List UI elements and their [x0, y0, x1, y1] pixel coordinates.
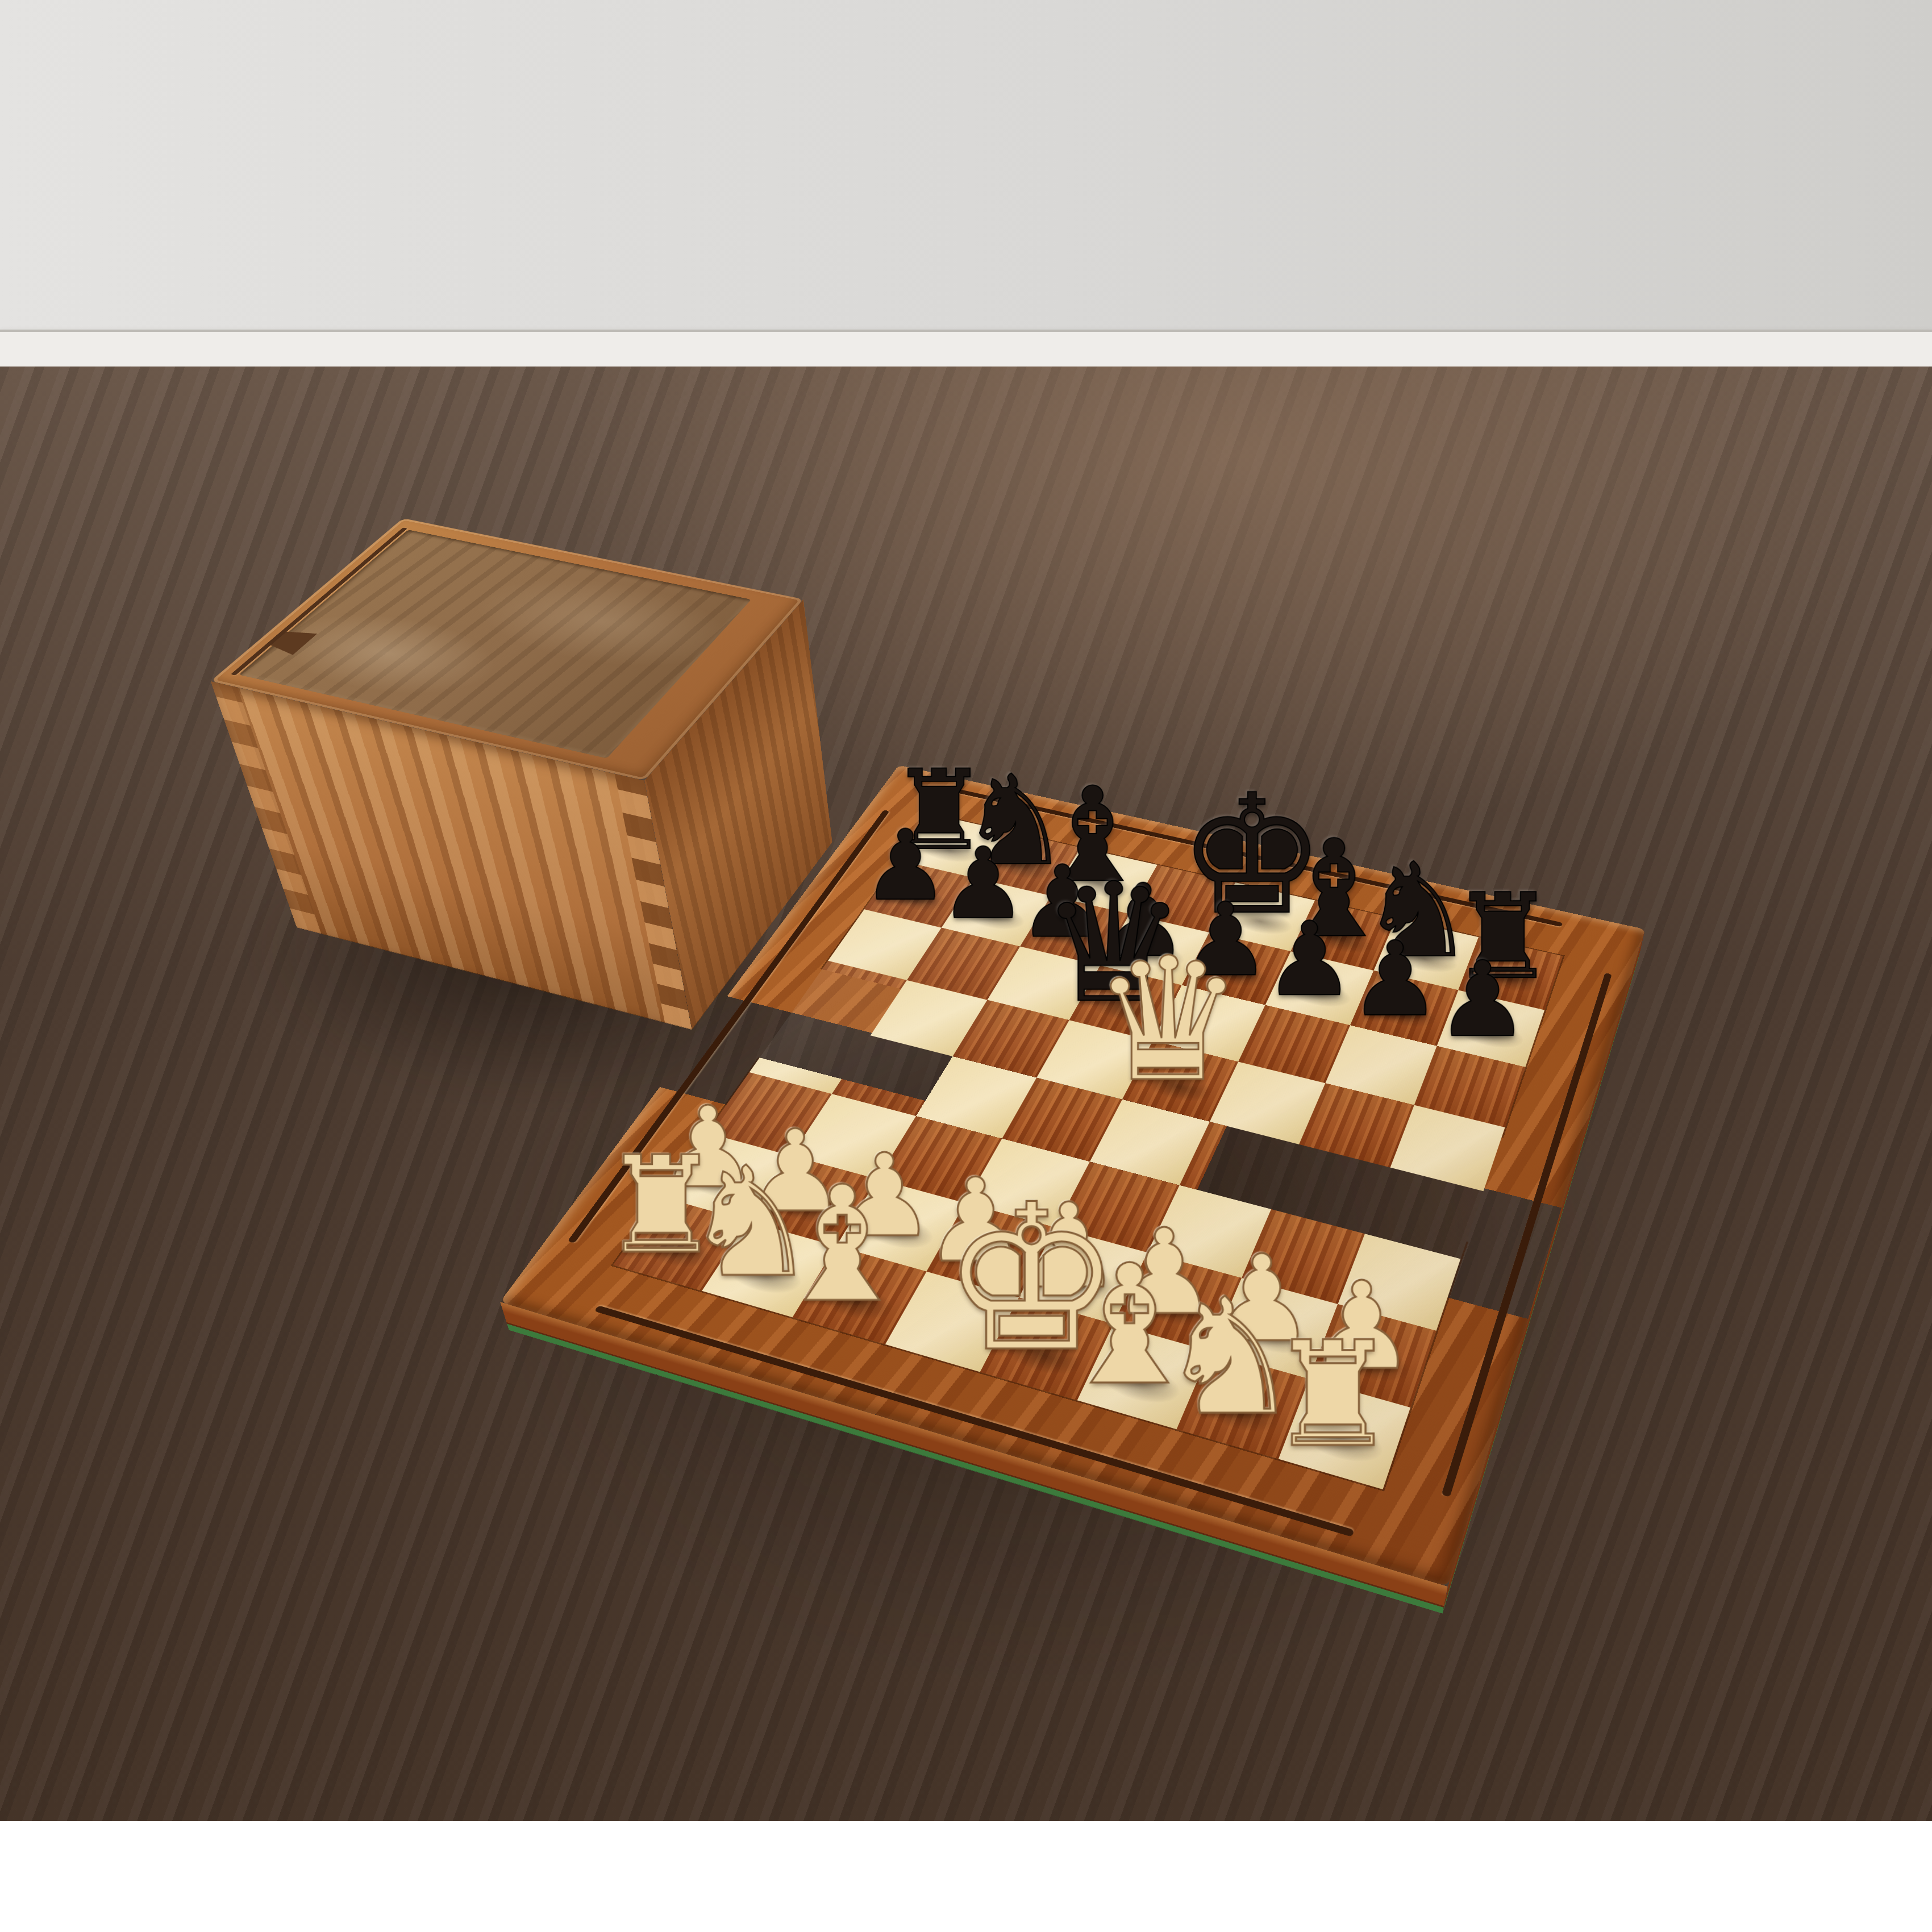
black-pawn[interactable]: ♟ [1436, 948, 1529, 1052]
square-b6[interactable] [907, 928, 1020, 1000]
tabletop-3d-stage: ♜♞♝♚♝♞♜♟♟♟♟♟♟♟♟♛♛♟♟♟♟♟♟♟♟♜♞♝♚♝♞♜ [0, 431, 1932, 1932]
square-f4[interactable] [1180, 1122, 1299, 1209]
white-rook[interactable]: ♜ [1268, 1322, 1398, 1467]
photo-white-margin [0, 1821, 1932, 1932]
square-h7[interactable]: ♟ [1437, 990, 1545, 1067]
white-bishop[interactable]: ♝ [771, 1165, 913, 1325]
product-photo-scene: ♜♞♝♚♝♞♜♟♟♟♟♟♟♟♟♛♛♟♟♟♟♟♟♟♟♜♞♝♚♝♞♜ [0, 0, 1932, 1932]
black-pawn[interactable]: ♟ [939, 835, 1027, 933]
square-c1[interactable]: ♝ [793, 1246, 927, 1344]
black-pawn[interactable]: ♟ [1349, 928, 1442, 1031]
baseboard [0, 330, 1932, 369]
white-queen[interactable]: ♛ [1092, 935, 1244, 1106]
black-pawn[interactable]: ♟ [862, 817, 949, 914]
square-h1[interactable]: ♜ [1279, 1379, 1410, 1489]
wall [0, 0, 1932, 330]
black-pawn[interactable]: ♟ [1264, 909, 1355, 1011]
